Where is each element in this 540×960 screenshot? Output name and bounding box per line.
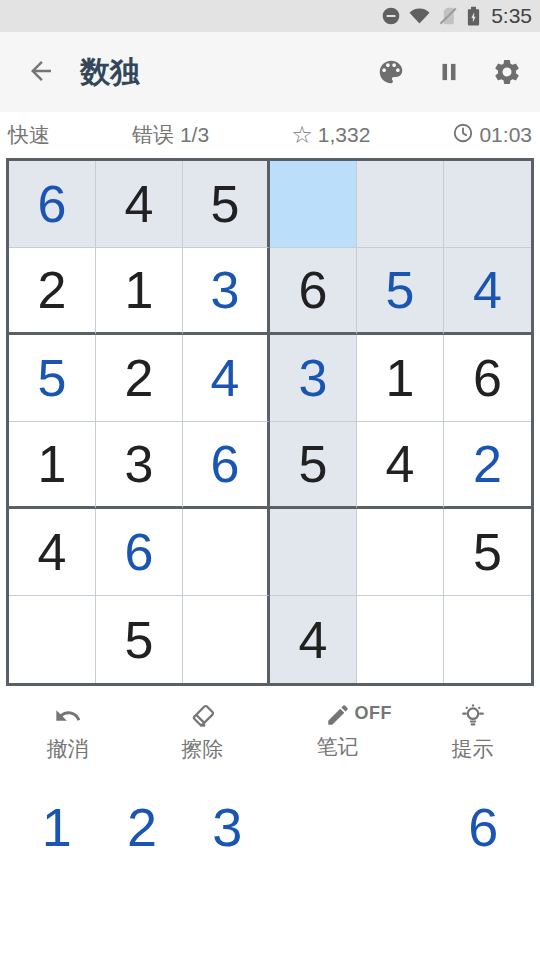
difficulty-label: 快速 (8, 121, 50, 149)
cell-r5c4[interactable] (270, 509, 357, 596)
cell-r6c2[interactable]: 5 (96, 596, 183, 683)
cell-r1c5[interactable] (357, 161, 444, 248)
back-button[interactable] (26, 56, 56, 89)
score-group: ☆ 1,332 (291, 123, 370, 147)
hint-bulb-icon (459, 702, 487, 730)
timer-value: 01:03 (479, 123, 532, 147)
cell-r4c3[interactable]: 6 (183, 422, 270, 509)
erase-button[interactable]: 擦除 (135, 702, 270, 763)
cell-r5c5[interactable] (357, 509, 444, 596)
cell-r2c5[interactable]: 5 (357, 248, 444, 335)
settings-icon (492, 57, 522, 87)
cell-r5c6[interactable]: 5 (444, 509, 531, 596)
cell-r4c2[interactable]: 3 (96, 422, 183, 509)
score-value: 1,332 (318, 123, 371, 147)
notes-label: 笔记 (317, 733, 359, 761)
timer-group: 01:03 (452, 122, 532, 149)
cell-r1c6[interactable] (444, 161, 531, 248)
cell-r6c6[interactable] (444, 596, 531, 683)
hint-button[interactable]: 提示 (405, 702, 540, 763)
cell-r1c3[interactable]: 5 (183, 161, 270, 248)
no-sim-icon (438, 6, 458, 26)
cell-r2c6[interactable]: 4 (444, 248, 531, 335)
app-bar: 数独 (0, 32, 540, 112)
page-title: 数独 (80, 52, 376, 93)
numpad-key-3[interactable]: 3 (185, 795, 270, 859)
game-toolbar: 撤消 擦除 OFF 笔记 (0, 702, 540, 763)
cell-r6c5[interactable] (357, 596, 444, 683)
notes-button[interactable]: OFF 笔记 (270, 702, 405, 763)
battery-charging-icon (466, 5, 481, 27)
cell-r4c1[interactable]: 1 (9, 422, 96, 509)
cell-r1c2[interactable]: 4 (96, 161, 183, 248)
status-time: 5:35 (491, 4, 532, 28)
palette-icon (376, 57, 406, 87)
erase-label: 擦除 (182, 735, 224, 763)
cell-r3c6[interactable]: 6 (444, 335, 531, 422)
cell-r3c4[interactable]: 3 (270, 335, 357, 422)
settings-button[interactable] (492, 57, 522, 87)
cell-r3c1[interactable]: 5 (9, 335, 96, 422)
errors-counter: 错误 1/3 (132, 121, 209, 149)
undo-label: 撤消 (47, 735, 89, 763)
cell-r3c3[interactable]: 4 (183, 335, 270, 422)
cell-r2c2[interactable]: 1 (96, 248, 183, 335)
cell-r5c3[interactable] (183, 509, 270, 596)
wifi-icon (409, 6, 430, 26)
cell-r4c6[interactable]: 2 (444, 422, 531, 509)
cell-r3c5[interactable]: 1 (357, 335, 444, 422)
status-bar: 5:35 (0, 0, 540, 32)
numpad-key-2[interactable]: 2 (99, 795, 184, 859)
undo-icon (54, 702, 82, 730)
pause-button[interactable] (436, 59, 462, 85)
app-bar-actions (376, 57, 524, 87)
back-icon (26, 74, 56, 89)
cell-r1c4[interactable] (270, 161, 357, 248)
numpad-key-6[interactable]: 6 (441, 795, 526, 859)
cell-r3c2[interactable]: 2 (96, 335, 183, 422)
cell-r4c5[interactable]: 4 (357, 422, 444, 509)
cell-r1c1[interactable]: 6 (9, 161, 96, 248)
undo-button[interactable]: 撤消 (0, 702, 135, 763)
hint-label: 提示 (452, 735, 494, 763)
eraser-icon (189, 702, 217, 730)
pencil-icon (325, 702, 351, 728)
cell-r2c4[interactable]: 6 (270, 248, 357, 335)
cell-r2c1[interactable]: 2 (9, 248, 96, 335)
number-pad: 1236 (0, 795, 540, 859)
numpad-key-1[interactable]: 1 (14, 795, 99, 859)
cell-r2c3[interactable]: 3 (183, 248, 270, 335)
cell-r5c1[interactable]: 4 (9, 509, 96, 596)
dnd-icon (381, 6, 401, 26)
clock-icon (452, 122, 474, 149)
cell-r5c2[interactable]: 6 (96, 509, 183, 596)
star-icon: ☆ (291, 123, 313, 147)
pause-icon (436, 59, 462, 85)
sudoku-board: 64521365452431613654246554 (6, 158, 534, 686)
cell-r6c4[interactable]: 4 (270, 596, 357, 683)
cell-r6c3[interactable] (183, 596, 270, 683)
cell-r6c1[interactable] (9, 596, 96, 683)
cell-r4c4[interactable]: 5 (270, 422, 357, 509)
notes-off-badge: OFF (355, 703, 393, 724)
info-bar: 快速 错误 1/3 ☆ 1,332 01:03 (0, 112, 540, 158)
theme-button[interactable] (376, 57, 406, 87)
